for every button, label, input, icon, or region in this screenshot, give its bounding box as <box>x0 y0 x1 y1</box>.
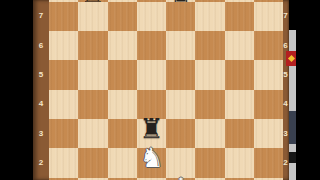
square-h1[interactable] <box>254 178 283 180</box>
square-f2[interactable] <box>195 148 224 177</box>
square-a7[interactable] <box>49 2 78 31</box>
square-c5[interactable] <box>108 60 137 89</box>
square-g1[interactable] <box>225 178 254 180</box>
square-h6[interactable] <box>254 31 283 60</box>
square-d1[interactable] <box>137 178 166 180</box>
square-c3[interactable] <box>108 119 137 148</box>
square-b3[interactable] <box>78 119 107 148</box>
square-e6[interactable] <box>166 31 195 60</box>
square-b6[interactable] <box>78 31 107 60</box>
rank-label-4-left: 4 <box>33 99 49 109</box>
square-h2[interactable] <box>254 148 283 177</box>
rank-label-5-right: 5 <box>282 70 289 80</box>
white-knight-d2[interactable]: ♞ <box>137 143 166 172</box>
rank-label-6-right: 6 <box>282 41 289 51</box>
square-a3[interactable] <box>49 119 78 148</box>
rank-label-5-left: 5 <box>33 70 49 80</box>
rank-label-3-left: 3 <box>33 129 49 139</box>
square-h7[interactable] <box>254 2 283 31</box>
white-king-e1[interactable]: ♚ <box>166 173 195 180</box>
square-f3[interactable] <box>195 119 224 148</box>
board-squares: ♜♚♜♞♚ <box>49 0 283 180</box>
square-e1[interactable]: ♚ <box>166 178 195 180</box>
square-f6[interactable] <box>195 31 224 60</box>
square-e7[interactable] <box>166 2 195 31</box>
square-f7[interactable] <box>195 2 224 31</box>
square-c1[interactable] <box>108 178 137 180</box>
square-c2[interactable] <box>108 148 137 177</box>
square-b7[interactable] <box>78 2 107 31</box>
rank-label-4-right: 4 <box>282 99 289 109</box>
square-g4[interactable] <box>225 90 254 119</box>
square-a5[interactable] <box>49 60 78 89</box>
letterbox-right <box>296 0 320 180</box>
square-h5[interactable] <box>254 60 283 89</box>
square-c7[interactable] <box>108 2 137 31</box>
rank-label-2-right: 2 <box>282 158 289 168</box>
rank-label-7-right: 7 <box>282 11 289 21</box>
rank-label-3-right: 3 <box>282 129 289 139</box>
square-a4[interactable] <box>49 90 78 119</box>
square-e5[interactable] <box>166 60 195 89</box>
scrollbar-thumb[interactable] <box>289 111 296 144</box>
badge-marker <box>286 51 296 66</box>
square-c4[interactable] <box>108 90 137 119</box>
square-g3[interactable] <box>225 119 254 148</box>
square-d5[interactable] <box>137 60 166 89</box>
square-d7[interactable] <box>137 2 166 31</box>
square-a6[interactable] <box>49 31 78 60</box>
square-h3[interactable] <box>254 119 283 148</box>
square-f4[interactable] <box>195 90 224 119</box>
square-f5[interactable] <box>195 60 224 89</box>
square-a1[interactable] <box>49 178 78 180</box>
square-f1[interactable] <box>195 178 224 180</box>
square-b5[interactable] <box>78 60 107 89</box>
square-d6[interactable] <box>137 31 166 60</box>
square-b2[interactable] <box>78 148 107 177</box>
square-h4[interactable] <box>254 90 283 119</box>
square-g7[interactable] <box>225 2 254 31</box>
square-d2[interactable]: ♞ <box>137 148 166 177</box>
rank-label-7-left: 7 <box>33 11 49 21</box>
square-a2[interactable] <box>49 148 78 177</box>
scrollbar-block <box>289 152 296 163</box>
square-b1[interactable] <box>78 178 107 180</box>
rank-label-6-left: 6 <box>33 41 49 51</box>
square-g2[interactable] <box>225 148 254 177</box>
square-e3[interactable] <box>166 119 195 148</box>
square-b4[interactable] <box>78 90 107 119</box>
black-rook-d3[interactable]: ♜ <box>137 114 166 143</box>
diamond-icon <box>287 55 294 62</box>
square-g5[interactable] <box>225 60 254 89</box>
square-g6[interactable] <box>225 31 254 60</box>
letterbox-left <box>0 0 33 180</box>
rank-label-2-left: 2 <box>33 158 49 168</box>
chess-board: ♜♚♜♞♚ 776655443322 <box>33 0 289 180</box>
square-c6[interactable] <box>108 31 137 60</box>
square-e4[interactable] <box>166 90 195 119</box>
